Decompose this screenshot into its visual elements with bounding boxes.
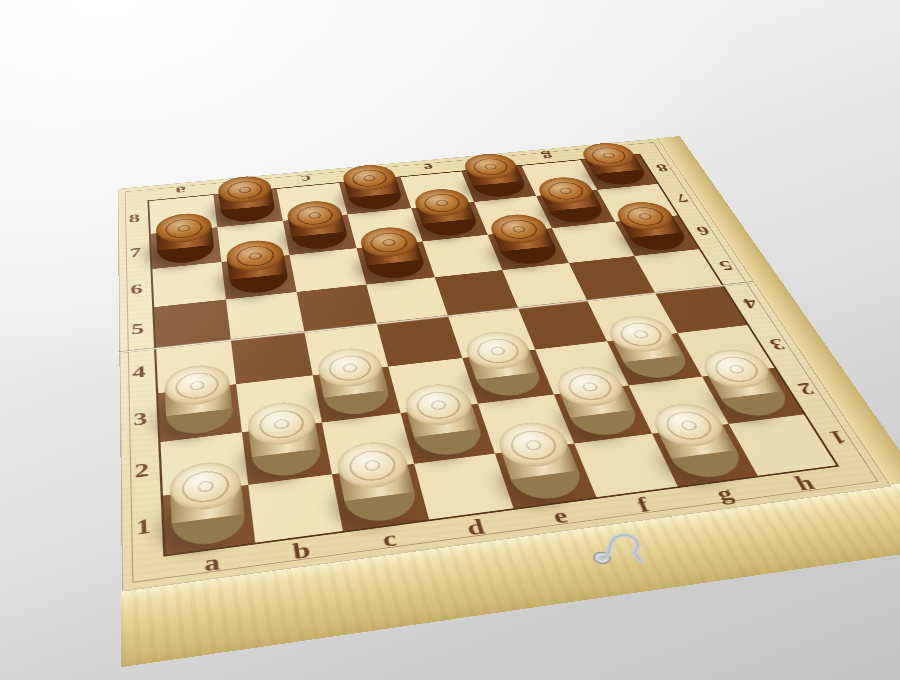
piece-dark-h8[interactable] bbox=[587, 157, 651, 186]
piece-dark-b6[interactable] bbox=[228, 259, 291, 296]
piece-dark-f6[interactable] bbox=[494, 232, 562, 267]
piece-dark-f8[interactable] bbox=[468, 169, 530, 199]
piece-light-f2[interactable] bbox=[562, 390, 644, 438]
piece-light-a1[interactable] bbox=[170, 490, 247, 548]
piece-light-c3[interactable] bbox=[320, 371, 393, 418]
piece-dark-g7[interactable] bbox=[542, 193, 608, 225]
piece-dark-b8[interactable] bbox=[219, 192, 277, 224]
board-perspective: abcdefgh abcdefgh 87654321 87654321 bbox=[126, 0, 770, 638]
piece-dark-d6[interactable] bbox=[363, 245, 428, 281]
piece-light-a3[interactable] bbox=[165, 389, 235, 437]
piece-light-h2[interactable] bbox=[710, 372, 795, 419]
piece-light-b2[interactable] bbox=[249, 427, 324, 479]
piece-light-c1[interactable] bbox=[340, 469, 421, 525]
piece-light-e1[interactable] bbox=[503, 449, 588, 503]
piece-dark-c7[interactable] bbox=[289, 218, 350, 252]
piece-light-g3[interactable] bbox=[615, 337, 694, 381]
piece-dark-a7[interactable] bbox=[156, 231, 215, 266]
piece-dark-e7[interactable] bbox=[417, 205, 481, 238]
latch-hook-icon bbox=[577, 524, 666, 572]
scene: abcdefgh abcdefgh 87654321 87654321 bbox=[0, 0, 900, 680]
piece-light-e3[interactable] bbox=[470, 354, 546, 399]
board: abcdefgh abcdefgh 87654321 87654321 bbox=[118, 139, 889, 591]
piece-dark-h6[interactable] bbox=[622, 219, 692, 253]
piece-light-d2[interactable] bbox=[408, 408, 487, 458]
piece-light-g1[interactable] bbox=[661, 429, 749, 481]
piece-dark-d8[interactable] bbox=[345, 180, 405, 211]
